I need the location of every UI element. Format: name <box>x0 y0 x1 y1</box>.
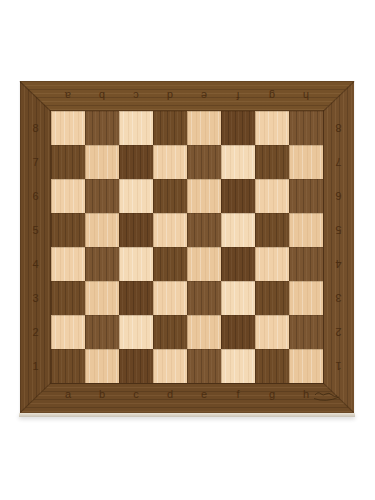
rank-label-right-1: 1 <box>323 349 354 383</box>
square-c3[interactable] <box>119 281 153 315</box>
rank-label-left-5: 5 <box>20 213 51 247</box>
square-d5[interactable] <box>153 213 187 247</box>
file-label-top-g: g <box>255 81 289 111</box>
square-h2[interactable] <box>289 315 323 349</box>
file-label-bottom-d: d <box>153 381 187 407</box>
square-h5[interactable] <box>289 213 323 247</box>
square-h3[interactable] <box>289 281 323 315</box>
square-c6[interactable] <box>119 179 153 213</box>
file-label-bottom-a: a <box>51 381 85 407</box>
square-e7[interactable] <box>187 145 221 179</box>
file-label-bottom-f: f <box>221 381 255 407</box>
square-e6[interactable] <box>187 179 221 213</box>
square-a2[interactable] <box>51 315 85 349</box>
square-h1[interactable] <box>289 349 323 383</box>
square-e5[interactable] <box>187 213 221 247</box>
square-a5[interactable] <box>51 213 85 247</box>
square-a4[interactable] <box>51 247 85 281</box>
square-d8[interactable] <box>153 111 187 145</box>
file-label-top-c: c <box>119 81 153 111</box>
square-a8[interactable] <box>51 111 85 145</box>
square-b6[interactable] <box>85 179 119 213</box>
square-h8[interactable] <box>289 111 323 145</box>
square-d2[interactable] <box>153 315 187 349</box>
rank-label-right-2: 2 <box>323 315 354 349</box>
rank-label-right-5: 5 <box>323 213 354 247</box>
square-f4[interactable] <box>221 247 255 281</box>
square-b5[interactable] <box>85 213 119 247</box>
square-b4[interactable] <box>85 247 119 281</box>
square-g3[interactable] <box>255 281 289 315</box>
square-g4[interactable] <box>255 247 289 281</box>
square-b1[interactable] <box>85 349 119 383</box>
rank-label-left-6: 6 <box>20 179 51 213</box>
square-h4[interactable] <box>289 247 323 281</box>
square-b3[interactable] <box>85 281 119 315</box>
file-label-bottom-b: b <box>85 381 119 407</box>
square-d6[interactable] <box>153 179 187 213</box>
square-a6[interactable] <box>51 179 85 213</box>
product-photo: aabbccddeeffgghh8877665544332211 <box>0 0 375 500</box>
square-a1[interactable] <box>51 349 85 383</box>
square-g6[interactable] <box>255 179 289 213</box>
square-g5[interactable] <box>255 213 289 247</box>
square-f8[interactable] <box>221 111 255 145</box>
file-label-bottom-h: h <box>289 381 323 407</box>
square-h7[interactable] <box>289 145 323 179</box>
rank-label-right-7: 7 <box>323 145 354 179</box>
file-label-bottom-g: g <box>255 381 289 407</box>
board-grid <box>51 111 323 383</box>
square-b7[interactable] <box>85 145 119 179</box>
square-g1[interactable] <box>255 349 289 383</box>
square-g7[interactable] <box>255 145 289 179</box>
square-e4[interactable] <box>187 247 221 281</box>
rank-label-right-3: 3 <box>323 281 354 315</box>
square-c5[interactable] <box>119 213 153 247</box>
square-f6[interactable] <box>221 179 255 213</box>
square-e8[interactable] <box>187 111 221 145</box>
square-a3[interactable] <box>51 281 85 315</box>
square-d4[interactable] <box>153 247 187 281</box>
chess-board: aabbccddeeffgghh8877665544332211 <box>20 81 354 413</box>
square-c2[interactable] <box>119 315 153 349</box>
square-f1[interactable] <box>221 349 255 383</box>
square-e2[interactable] <box>187 315 221 349</box>
square-f5[interactable] <box>221 213 255 247</box>
file-label-top-b: b <box>85 81 119 111</box>
rank-label-left-1: 1 <box>20 349 51 383</box>
square-c8[interactable] <box>119 111 153 145</box>
square-b8[interactable] <box>85 111 119 145</box>
square-e1[interactable] <box>187 349 221 383</box>
square-d7[interactable] <box>153 145 187 179</box>
rank-label-left-8: 8 <box>20 111 51 145</box>
file-label-top-f: f <box>221 81 255 111</box>
file-label-top-a: a <box>51 81 85 111</box>
square-f3[interactable] <box>221 281 255 315</box>
file-label-top-e: e <box>187 81 221 111</box>
square-g8[interactable] <box>255 111 289 145</box>
square-a7[interactable] <box>51 145 85 179</box>
square-c1[interactable] <box>119 349 153 383</box>
square-d3[interactable] <box>153 281 187 315</box>
rank-label-left-2: 2 <box>20 315 51 349</box>
file-label-bottom-c: c <box>119 381 153 407</box>
rank-label-left-7: 7 <box>20 145 51 179</box>
rank-label-left-3: 3 <box>20 281 51 315</box>
square-g2[interactable] <box>255 315 289 349</box>
rank-label-right-4: 4 <box>323 247 354 281</box>
rank-label-right-6: 6 <box>323 179 354 213</box>
file-label-top-d: d <box>153 81 187 111</box>
square-e3[interactable] <box>187 281 221 315</box>
square-d1[interactable] <box>153 349 187 383</box>
square-b2[interactable] <box>85 315 119 349</box>
file-label-bottom-e: e <box>187 381 221 407</box>
rank-label-right-8: 8 <box>323 111 354 145</box>
square-h6[interactable] <box>289 179 323 213</box>
board-bottom-edge <box>19 413 355 417</box>
square-c7[interactable] <box>119 145 153 179</box>
rank-label-left-4: 4 <box>20 247 51 281</box>
file-label-top-h: h <box>289 81 323 111</box>
square-f2[interactable] <box>221 315 255 349</box>
square-c4[interactable] <box>119 247 153 281</box>
square-f7[interactable] <box>221 145 255 179</box>
